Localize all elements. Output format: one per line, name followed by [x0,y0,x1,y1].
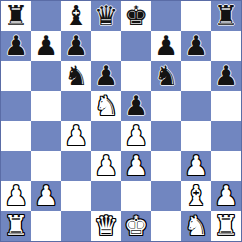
square-d6[interactable]: ♟ [91,61,121,91]
piece-white-knight: ♞ [94,91,118,121]
square-h3[interactable] [211,151,241,181]
piece-white-queen: ♛ [94,211,118,241]
piece-white-bishop: ♝ [184,181,208,211]
piece-white-knight: ♞ [184,211,208,241]
square-a3[interactable] [1,151,31,181]
square-f1[interactable] [151,211,181,241]
piece-white-pawn: ♟ [64,121,88,151]
piece-black-pawn: ♟ [34,31,58,61]
square-a1[interactable]: ♜ [1,211,31,241]
square-b4[interactable] [31,121,61,151]
square-h6[interactable]: ♟ [211,61,241,91]
square-a6[interactable] [1,61,31,91]
square-e6[interactable] [121,61,151,91]
piece-white-pawn: ♟ [124,121,148,151]
piece-white-rook: ♜ [4,211,28,241]
square-b7[interactable]: ♟ [31,31,61,61]
square-e5[interactable]: ♟ [121,91,151,121]
piece-black-pawn: ♟ [64,31,88,61]
square-f8[interactable] [151,1,181,31]
piece-white-pawn: ♟ [124,151,148,181]
square-a4[interactable] [1,121,31,151]
piece-black-bishop: ♝ [64,1,88,31]
piece-black-knight: ♞ [154,61,178,91]
piece-white-pawn: ♟ [4,181,28,211]
piece-black-pawn: ♟ [184,31,208,61]
square-d8[interactable]: ♛ [91,1,121,31]
square-c7[interactable]: ♟ [61,31,91,61]
square-h2[interactable]: ♟ [211,181,241,211]
square-f7[interactable]: ♟ [151,31,181,61]
square-c1[interactable] [61,211,91,241]
square-b5[interactable] [31,91,61,121]
piece-black-knight: ♞ [64,61,88,91]
piece-white-rook: ♜ [214,211,238,241]
square-e4[interactable]: ♟ [121,121,151,151]
piece-white-pawn: ♟ [94,151,118,181]
square-g5[interactable] [181,91,211,121]
piece-white-pawn: ♟ [34,181,58,211]
square-h4[interactable] [211,121,241,151]
square-g1[interactable]: ♞ [181,211,211,241]
square-c8[interactable]: ♝ [61,1,91,31]
square-e1[interactable]: ♚ [121,211,151,241]
square-b3[interactable] [31,151,61,181]
square-g6[interactable] [181,61,211,91]
square-f6[interactable]: ♞ [151,61,181,91]
piece-black-pawn: ♟ [94,61,118,91]
square-e3[interactable]: ♟ [121,151,151,181]
square-f5[interactable] [151,91,181,121]
square-g2[interactable]: ♝ [181,181,211,211]
square-a2[interactable]: ♟ [1,181,31,211]
square-c4[interactable]: ♟ [61,121,91,151]
square-d4[interactable] [91,121,121,151]
square-e2[interactable] [121,181,151,211]
square-d2[interactable] [91,181,121,211]
piece-black-pawn: ♟ [154,31,178,61]
square-a5[interactable] [1,91,31,121]
piece-black-rook: ♜ [214,1,238,31]
piece-black-pawn: ♟ [214,61,238,91]
piece-white-pawn: ♟ [184,151,208,181]
square-g7[interactable]: ♟ [181,31,211,61]
square-b2[interactable]: ♟ [31,181,61,211]
square-c3[interactable] [61,151,91,181]
square-f4[interactable] [151,121,181,151]
square-e7[interactable] [121,31,151,61]
piece-black-rook: ♜ [4,1,28,31]
square-d7[interactable] [91,31,121,61]
piece-black-pawn: ♟ [4,31,28,61]
piece-black-queen: ♛ [94,1,118,31]
square-c2[interactable] [61,181,91,211]
square-b1[interactable] [31,211,61,241]
piece-white-pawn: ♟ [214,181,238,211]
square-g3[interactable]: ♟ [181,151,211,181]
square-h1[interactable]: ♜ [211,211,241,241]
piece-black-pawn: ♟ [124,91,148,121]
square-d3[interactable]: ♟ [91,151,121,181]
square-b8[interactable] [31,1,61,31]
square-d5[interactable]: ♞ [91,91,121,121]
piece-black-king: ♚ [124,1,148,31]
square-h5[interactable] [211,91,241,121]
square-c5[interactable] [61,91,91,121]
square-b6[interactable] [31,61,61,91]
square-h7[interactable] [211,31,241,61]
square-g8[interactable] [181,1,211,31]
square-f2[interactable] [151,181,181,211]
square-g4[interactable] [181,121,211,151]
square-a8[interactable]: ♜ [1,1,31,31]
square-f3[interactable] [151,151,181,181]
chess-board: ♜♝♛♚♜♟♟♟♟♟♞♟♞♟♞♟♟♟♟♟♟♟♟♝♟♜♛♚♞♜ [0,0,242,242]
piece-white-king: ♚ [124,211,148,241]
square-a7[interactable]: ♟ [1,31,31,61]
square-h8[interactable]: ♜ [211,1,241,31]
square-e8[interactable]: ♚ [121,1,151,31]
square-d1[interactable]: ♛ [91,211,121,241]
square-c6[interactable]: ♞ [61,61,91,91]
